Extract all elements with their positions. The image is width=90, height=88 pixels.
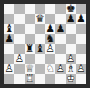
black-pawn[interactable]: ♟ [76,14,86,24]
square-d1[interactable] [35,74,45,84]
square-a4[interactable] [4,44,14,54]
square-h7[interactable]: ♟ [76,14,86,24]
square-g5[interactable] [66,34,76,44]
square-d2[interactable] [35,64,45,74]
white-pawn[interactable]: ♟♙ [55,64,65,74]
square-e8[interactable] [45,4,55,14]
white-pawn[interactable]: ♟♙ [45,44,55,54]
square-d3[interactable] [35,54,45,64]
square-h5[interactable] [76,34,86,44]
square-g1[interactable]: ♚♔ [66,74,76,84]
square-f6[interactable]: ♟ [55,24,65,34]
square-a8[interactable] [4,4,14,14]
square-a2[interactable]: ♟♙ [4,64,14,74]
black-queen[interactable]: ♛ [35,14,45,24]
square-d4[interactable]: ♝ [35,44,45,54]
black-pawn[interactable]: ♟ [55,24,65,34]
square-b8[interactable] [14,4,24,14]
square-f5[interactable] [55,34,65,44]
square-e1[interactable] [45,74,55,84]
square-b3[interactable]: ♟♙ [14,54,24,64]
square-b1[interactable] [14,74,24,84]
square-c7[interactable] [25,14,35,24]
square-h1[interactable] [76,74,86,84]
square-f4[interactable] [55,44,65,54]
square-d7[interactable]: ♛ [35,14,45,24]
chess-board: ♚♛♟♟♝♟♟♟♞♜♝♟♙♟♙♟♙♟♙♛♕♞♘♟♙♝♗♟♙♜♖♚♔ [4,4,86,84]
square-b5[interactable] [14,34,24,44]
square-b7[interactable] [14,14,24,24]
black-pawn[interactable]: ♟ [4,34,14,44]
square-d6[interactable] [35,24,45,34]
square-a5[interactable]: ♟ [4,34,14,44]
square-g7[interactable]: ♟ [66,14,76,24]
square-h4[interactable] [76,44,86,54]
white-rook[interactable]: ♜♖ [25,74,35,84]
black-bishop[interactable]: ♝ [35,44,45,54]
square-b6[interactable] [14,24,24,34]
square-f1[interactable] [55,74,65,84]
chess-diagram: ♚♛♟♟♝♟♟♟♞♜♝♟♙♟♙♟♙♟♙♛♕♞♘♟♙♝♗♟♙♜♖♚♔ [0,0,90,88]
square-a1[interactable] [4,74,14,84]
black-rook[interactable]: ♜ [25,44,35,54]
white-knight[interactable]: ♞♘ [45,64,55,74]
square-e4[interactable]: ♟♙ [45,44,55,54]
square-c6[interactable] [25,24,35,34]
square-f2[interactable]: ♟♙ [55,64,65,74]
black-pawn[interactable]: ♟ [66,14,76,24]
square-b2[interactable] [14,64,24,74]
square-c4[interactable]: ♜ [25,44,35,54]
square-h6[interactable] [76,24,86,34]
square-h2[interactable]: ♟♙ [76,64,86,74]
square-c1[interactable]: ♜♖ [25,74,35,84]
white-pawn[interactable]: ♟♙ [14,54,24,64]
square-c8[interactable] [25,4,35,14]
white-king[interactable]: ♚♔ [66,74,76,84]
white-pawn[interactable]: ♟♙ [76,64,86,74]
square-f8[interactable] [55,4,65,14]
square-e2[interactable]: ♞♘ [45,64,55,74]
square-g6[interactable] [66,24,76,34]
white-pawn[interactable]: ♟♙ [4,64,14,74]
